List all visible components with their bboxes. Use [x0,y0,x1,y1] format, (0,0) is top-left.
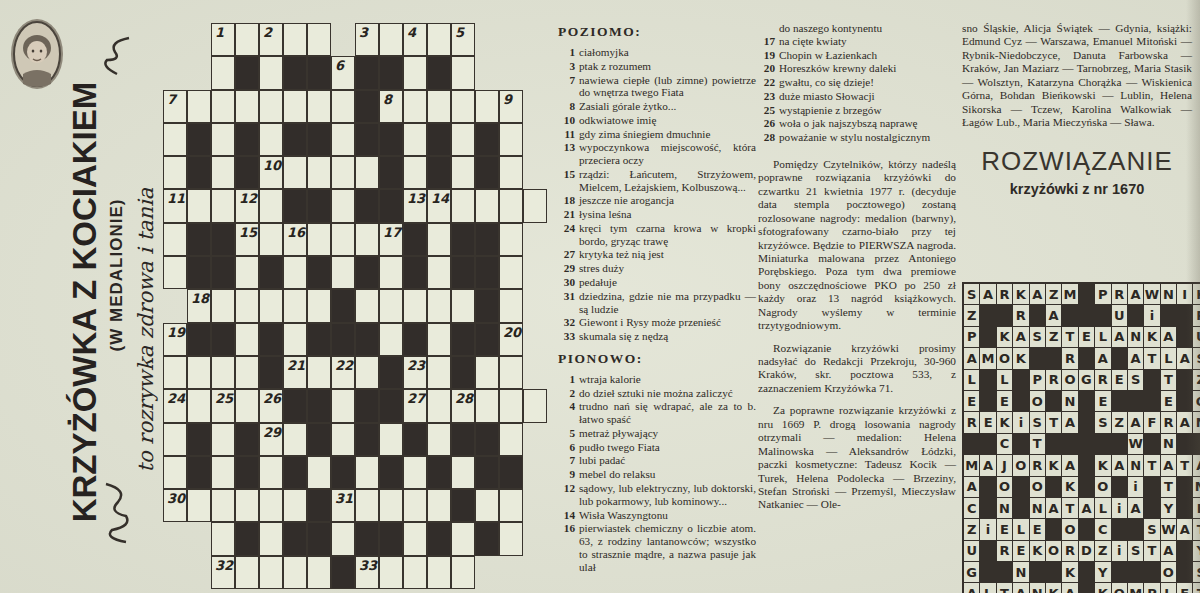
white-cell[interactable] [331,522,355,555]
white-cell[interactable] [475,189,499,222]
solution-letter-cell: A [980,284,995,304]
down-clues-list-part2: 17na cięte kwiaty19Chopin w Łazienkach20… [758,35,956,144]
white-cell[interactable] [451,522,475,555]
white-cell[interactable] [235,90,259,123]
white-cell[interactable] [187,389,211,422]
solution-black-cell [1144,477,1159,497]
white-cell[interactable]: 4 [403,23,427,56]
white-cell[interactable] [211,489,235,522]
white-cell[interactable] [187,90,211,123]
black-cell [403,423,427,456]
white-cell[interactable] [499,223,523,256]
white-cell[interactable]: 27 [403,389,427,422]
solution-letter-cell: K [1095,583,1110,593]
white-cell[interactable] [283,289,307,322]
white-cell[interactable] [211,289,235,322]
black-cell [403,323,427,356]
white-cell[interactable] [499,489,523,522]
clue-text: woła o jak najszybszą naprawę [779,117,918,129]
black-cell [379,189,403,222]
solution-black-cell [1030,562,1045,582]
white-cell[interactable] [475,389,499,422]
white-cell[interactable] [235,356,259,389]
solution-letter-cell: A [1161,541,1176,561]
white-cell[interactable]: 25 [211,389,235,422]
solution-letter-cell: A [1046,498,1061,518]
solution-black-cell [1161,305,1176,325]
white-cell[interactable] [451,556,475,589]
white-cell[interactable] [355,356,379,389]
solution-letter-cell: A [964,583,979,593]
clue-text: łysina leśna [579,208,632,220]
clue-item: 14Wisła Waszyngtonu [558,509,756,522]
white-cell[interactable] [331,389,355,422]
white-cell[interactable] [307,23,331,56]
solution-letter-cell: R [964,412,979,432]
solution-letter-cell: U [1112,305,1127,325]
white-cell[interactable]: 14 [427,189,451,222]
solution-black-cell [1177,327,1192,347]
white-cell[interactable] [259,489,283,522]
solution-letter-cell: T [1177,455,1192,475]
solution-black-cell [1112,562,1127,582]
solution-letter-cell: Z [1193,370,1200,390]
solution-letter-cell: G [1079,370,1094,390]
white-cell[interactable] [427,256,451,289]
clue-item: 33skumala się z nędzą [558,330,756,343]
black-cell [403,256,427,289]
solution-letter-cell: A [1079,498,1094,518]
solution-letter-cell: E [997,391,1012,411]
clue-number: 31 [558,290,575,303]
white-cell[interactable] [283,156,307,189]
white-cell[interactable]: 9 [499,90,523,123]
white-cell[interactable] [307,356,331,389]
white-cell[interactable] [355,223,379,256]
white-cell[interactable] [259,223,283,256]
white-cell[interactable] [331,189,355,222]
white-cell[interactable] [211,356,235,389]
white-cell[interactable] [235,389,259,422]
white-cell[interactable] [403,456,427,489]
solution-letter-cell: L [1095,498,1110,518]
white-cell[interactable] [499,522,523,555]
black-cell [235,456,259,489]
black-cell [187,423,211,456]
black-cell [235,56,259,89]
clue-number: 16 [558,522,575,535]
solution-black-cell [1079,391,1094,411]
grid-gap [163,56,187,89]
white-cell[interactable] [427,90,451,123]
black-cell [427,456,451,489]
white-cell[interactable] [307,156,331,189]
black-cell [355,90,379,123]
white-cell[interactable] [211,90,235,123]
solution-letter-cell: O [997,477,1012,497]
white-cell[interactable]: 12 [235,189,259,222]
white-cell[interactable]: 30 [163,489,187,522]
solution-letter-cell: R [997,284,1012,304]
solution-black-cell [1079,477,1094,497]
solution-letter-cell: T [1046,412,1061,432]
white-cell[interactable] [283,90,307,123]
white-cell[interactable]: 32 [211,556,235,589]
white-cell[interactable] [283,23,307,56]
white-cell[interactable] [163,356,187,389]
clue-item: 20Horeszków krewny daleki [758,62,956,75]
white-cell[interactable] [499,123,523,156]
white-cell[interactable]: 6 [331,56,355,89]
solution-letter-cell: W [1161,519,1176,539]
white-cell[interactable] [427,489,451,522]
white-cell[interactable] [307,223,331,256]
clue-item: 23duże miasto Słowacji [758,90,956,103]
white-cell[interactable] [499,189,523,222]
solution-letter-cell: F [1144,412,1159,432]
black-cell [283,189,307,222]
white-cell[interactable] [355,456,379,489]
white-cell[interactable] [163,223,187,256]
solution-black-cell [1079,348,1094,368]
white-cell[interactable]: 7 [163,90,187,123]
solution-letter-cell: Z [1112,412,1127,432]
solution-black-cell [1177,391,1192,411]
white-cell[interactable] [331,123,355,156]
solution-black-cell [1062,305,1077,325]
white-cell[interactable] [163,423,187,456]
across-clues-list: 1ciałomyjka3ptak z rozumem7nawiewa ciepł… [558,46,756,343]
clue-number: 11 [558,128,575,141]
white-cell[interactable] [331,423,355,456]
white-cell[interactable] [307,289,331,322]
clue-number: 23 [758,90,775,103]
clue-text: nawiewa ciepłe (lub zimne) powietrze do … [579,74,756,99]
white-cell[interactable] [259,289,283,322]
clue-text: Wisła Waszyngtonu [579,509,668,521]
white-cell[interactable] [451,189,475,222]
cell-number: 25 [215,391,233,406]
white-cell[interactable] [427,23,451,56]
solution-letter-cell: E [964,391,979,411]
white-cell[interactable] [187,189,211,222]
white-cell[interactable] [427,356,451,389]
white-cell[interactable] [451,90,475,123]
black-cell [211,256,235,289]
white-cell[interactable] [211,423,235,456]
across-heading: POZIOMO: [558,24,756,40]
solution-black-cell [1046,348,1061,368]
white-cell[interactable] [499,423,523,456]
white-cell[interactable] [451,123,475,156]
white-cell[interactable] [211,56,235,89]
white-cell[interactable]: 24 [163,389,187,422]
white-cell[interactable] [379,323,403,356]
white-cell[interactable] [259,189,283,222]
solution-letter-cell: A [1112,327,1127,347]
white-cell[interactable]: 22 [331,356,355,389]
white-cell[interactable] [403,489,427,522]
black-cell [187,323,211,356]
white-cell[interactable]: 33 [355,556,379,589]
black-cell [355,256,379,289]
white-cell[interactable] [211,123,235,156]
solution-letter-cell: S [1030,412,1045,432]
white-cell[interactable] [331,223,355,256]
black-cell [451,223,475,256]
white-cell[interactable] [307,90,331,123]
white-cell[interactable] [523,389,547,422]
winners-paragraph-part1: Za poprawne rozwiązanie krzyżówki z nru … [758,404,956,512]
white-cell[interactable] [523,189,547,222]
solution-letter-cell: T [1062,498,1077,518]
clue-number: 18 [558,194,575,207]
white-cell[interactable] [403,123,427,156]
white-cell[interactable] [259,522,283,555]
clue-text: wtraja kalorie [579,373,641,385]
cell-number: 21 [287,358,305,373]
white-cell[interactable] [235,323,259,356]
clue-item: 22gwałtu, co się dzieje! [758,76,956,89]
grid-gap [499,556,523,589]
black-cell [475,423,499,456]
white-cell[interactable] [259,456,283,489]
white-cell[interactable]: 19 [163,323,187,356]
white-cell[interactable] [235,289,259,322]
white-cell[interactable] [355,156,379,189]
white-cell[interactable] [211,456,235,489]
white-cell[interactable]: 31 [331,489,355,522]
white-cell[interactable]: 8 [379,90,403,123]
solution-letter-cell: N [1161,434,1176,454]
white-cell[interactable] [499,356,523,389]
white-cell[interactable] [259,123,283,156]
solution-letter-cell: E [1079,327,1094,347]
clue-item: 6pudło twego Fiata [558,441,756,454]
white-cell[interactable] [163,156,187,189]
white-cell[interactable] [427,423,451,456]
clue-item: 26woła o jak najszybszą naprawę [758,117,956,130]
clue-number: 25 [758,104,775,117]
clue-number: 3 [558,60,575,73]
white-cell[interactable] [499,256,523,289]
solution-letter-cell: T [1030,434,1045,454]
black-cell [283,389,307,422]
solution-black-cell [1177,434,1192,454]
white-cell[interactable] [235,556,259,589]
white-cell[interactable] [379,556,403,589]
white-cell[interactable] [307,556,331,589]
white-cell[interactable] [403,556,427,589]
black-cell [211,223,235,256]
cell-number: 30 [167,491,185,506]
solution-black-cell [1128,562,1143,582]
white-cell[interactable] [187,489,211,522]
white-cell[interactable] [235,256,259,289]
white-cell[interactable] [259,556,283,589]
cell-number: 27 [407,391,425,406]
white-cell[interactable] [475,356,499,389]
black-cell [451,323,475,356]
black-cell [307,423,331,456]
clue-number: 28 [758,131,775,144]
white-cell[interactable] [451,56,475,89]
white-cell[interactable]: 20 [499,323,523,356]
solution-letter-cell: K [1013,348,1028,368]
solution-letter-cell: T [1062,327,1077,347]
clue-text: gwałtu, co się dzieje! [779,76,874,88]
white-cell[interactable] [403,156,427,189]
clue-item: 15rządzi: Łańcutem, Strzyżowem, Mielcem,… [558,168,756,194]
black-cell [451,356,475,389]
white-cell[interactable]: 18 [187,289,211,322]
solution-subheading: krzyżówki z nr 1670 [962,181,1192,197]
white-cell[interactable]: 16 [283,223,307,256]
white-cell[interactable] [379,256,403,289]
black-cell [331,556,355,589]
white-cell[interactable] [427,556,451,589]
solution-black-cell [1046,434,1061,454]
white-cell[interactable] [163,456,187,489]
white-cell[interactable] [235,489,259,522]
solution-black-cell [1079,583,1094,593]
white-cell[interactable] [307,456,331,489]
white-cell[interactable]: 13 [403,189,427,222]
cell-number: 19 [167,325,185,340]
clue-item: 2do dzieł sztuki nie można zaliczyć [558,387,756,400]
white-cell[interactable] [331,156,355,189]
white-cell[interactable] [211,189,235,222]
clue-item: 19Chopin w Łazienkach [758,49,956,62]
cell-number: 23 [407,358,425,373]
white-cell[interactable] [475,90,499,123]
white-cell[interactable]: 5 [451,23,475,56]
white-cell[interactable] [475,489,499,522]
black-cell [427,56,451,89]
white-cell[interactable] [163,256,187,289]
white-cell[interactable] [427,289,451,322]
solution-letter-cell: K [1062,562,1077,582]
white-cell[interactable]: 1 [211,23,235,56]
white-cell[interactable] [403,522,427,555]
solution-letter-cell: S [1030,327,1045,347]
white-cell[interactable]: 17 [379,223,403,256]
white-cell[interactable] [259,56,283,89]
white-cell[interactable] [163,123,187,156]
clue-text: pudło twego Fiata [579,441,660,453]
white-cell[interactable]: 28 [451,389,475,422]
black-cell [379,456,403,489]
solution-letter-cell: S [1144,519,1159,539]
white-cell[interactable] [235,23,259,56]
solution-letter-cell: A [1128,348,1143,368]
white-cell[interactable]: 3 [355,23,379,56]
white-cell[interactable] [451,289,475,322]
solution-letter-cell: O [1112,583,1127,593]
solution-black-cell [1177,541,1192,561]
grid-gap [523,123,547,156]
white-cell[interactable] [379,423,403,456]
solution-letter-cell: N [1013,562,1028,582]
white-cell[interactable] [427,223,451,256]
white-cell[interactable] [427,389,451,422]
solution-black-cell [1193,434,1200,454]
solution-letter-cell: L [964,370,979,390]
white-cell[interactable]: 29 [259,423,283,456]
white-cell[interactable]: 15 [235,223,259,256]
solution-letter-cell: A [1177,348,1192,368]
white-cell[interactable] [403,289,427,322]
solution-black-cell [980,327,995,347]
grid-gap [187,56,211,89]
white-cell[interactable] [379,289,403,322]
clue-item: 5metraż pływający [558,427,756,440]
white-cell[interactable]: 26 [259,389,283,422]
white-cell[interactable]: 11 [163,189,187,222]
white-cell[interactable] [403,90,427,123]
white-cell[interactable] [283,423,307,456]
white-cell[interactable] [379,23,403,56]
white-cell[interactable] [331,90,355,123]
white-cell[interactable] [259,90,283,123]
white-cell[interactable] [499,156,523,189]
clue-item: 18jeszcze nie arogancja [558,194,756,207]
clue-text: jeszcze nie arogancja [579,194,674,206]
white-cell[interactable]: 23 [403,356,427,389]
white-cell[interactable] [499,289,523,322]
solution-black-cell [1128,519,1143,539]
white-cell[interactable] [355,289,379,322]
grid-gap [523,56,547,89]
white-cell[interactable] [331,256,355,289]
white-cell[interactable] [283,256,307,289]
solution-letter-cell: T [1144,455,1159,475]
white-cell[interactable] [499,389,523,422]
white-cell[interactable] [283,556,307,589]
solution-letter-cell: P [1095,284,1110,304]
solution-black-cell [1046,562,1061,582]
clue-text: pierwiastek chemiczny o liczbie atom. 63… [579,522,756,572]
white-cell[interactable] [283,489,307,522]
clue-text: Giewont i Rysy może przenieść [579,316,721,328]
white-cell[interactable] [451,156,475,189]
white-cell[interactable] [283,323,307,356]
solution-letter-cell: A [964,477,979,497]
white-cell[interactable] [451,456,475,489]
clue-number: 27 [558,248,575,261]
white-cell[interactable]: 10 [259,156,283,189]
white-cell[interactable]: 21 [283,356,307,389]
clue-number: 12 [558,482,575,495]
solution-letter-cell: M [1062,284,1077,304]
grid-gap [475,23,499,56]
solution-letter-cell: N [1030,583,1045,593]
white-cell[interactable] [427,323,451,356]
white-cell[interactable] [211,156,235,189]
solution-letter-cell: Z [1046,327,1061,347]
solution-letter-cell: C [997,434,1012,454]
solution-letter-cell: T [1193,583,1200,593]
black-cell [451,256,475,289]
cell-number: 5 [455,25,464,40]
white-cell[interactable] [379,489,403,522]
white-cell[interactable] [187,356,211,389]
solution-black-cell [1046,477,1061,497]
white-cell[interactable] [355,489,379,522]
white-cell[interactable]: 2 [259,23,283,56]
white-cell[interactable] [403,56,427,89]
white-cell[interactable] [211,522,235,555]
